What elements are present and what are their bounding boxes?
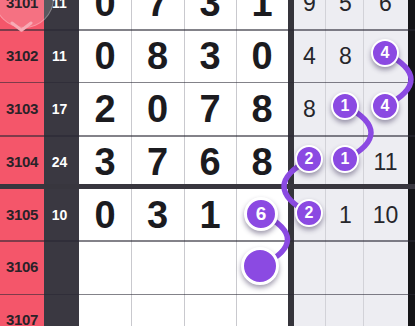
draw-id-cell[interactable]: 3107 xyxy=(0,300,44,326)
stat-cell: 6 xyxy=(366,0,406,23)
digit-cell: 7 xyxy=(132,139,184,185)
sum-cell: 17 xyxy=(42,89,77,129)
sum-cell: 24 xyxy=(42,142,77,182)
stat-cell: 9 xyxy=(290,0,330,23)
chain-number-circle: 6 xyxy=(244,197,278,231)
stat-cell: 8 xyxy=(290,89,330,129)
draw-id-cell[interactable]: 3101 xyxy=(0,0,44,23)
chain-marker-circle xyxy=(241,247,279,285)
row-gridline xyxy=(0,29,415,31)
stat-cell: 11 xyxy=(366,142,406,182)
stat-cell: 1 xyxy=(326,195,366,235)
chain-number-circle: 1 xyxy=(331,92,359,120)
digit-cell: 7 xyxy=(184,86,236,132)
right-edge-strip xyxy=(408,0,415,326)
digit-cell: 8 xyxy=(236,139,288,185)
sum-cell: 11 xyxy=(42,36,77,76)
digit-cell: 6 xyxy=(184,139,236,185)
digit-cell: 0 xyxy=(79,0,131,26)
digit-cell: 3 xyxy=(184,0,236,26)
stat-cell: 10 xyxy=(366,195,406,235)
digit-cell: 8 xyxy=(236,86,288,132)
digit-cell: 3 xyxy=(132,192,184,238)
digit-cell: 0 xyxy=(79,192,131,238)
chain-number-circle: 4 xyxy=(371,39,399,67)
chain-number-circle: 4 xyxy=(371,92,399,120)
lottery-trend-board: 3101110731956310211083048310317207883104… xyxy=(0,0,415,326)
digit-cell: 0 xyxy=(132,86,184,132)
digit-cell: 3 xyxy=(184,33,236,79)
chain-number-circle: 1 xyxy=(331,145,359,173)
row-gridline xyxy=(0,240,415,242)
draw-id-cell[interactable]: 3103 xyxy=(0,89,44,129)
draw-id-cell[interactable]: 3106 xyxy=(0,247,44,287)
chain-number-circle: 2 xyxy=(295,199,323,227)
row-gridline xyxy=(0,135,415,137)
row-gridline xyxy=(0,294,415,296)
digit-cell: 0 xyxy=(236,33,288,79)
digit-cell: 3 xyxy=(79,139,131,185)
draw-id-cell[interactable]: 3105 xyxy=(0,195,44,235)
row-gridline xyxy=(0,82,415,84)
digit-cell: 8 xyxy=(132,33,184,79)
sum-cell: 11 xyxy=(42,0,77,23)
sum-cell: 10 xyxy=(42,195,77,235)
draw-id-cell[interactable]: 3104 xyxy=(0,142,44,182)
draw-id-cell[interactable]: 3102 xyxy=(0,36,44,76)
stat-cell: 8 xyxy=(326,36,366,76)
stat-cell: 5 xyxy=(326,0,366,23)
thick-row-separator xyxy=(0,184,415,189)
digit-cell: 0 xyxy=(79,33,131,79)
digit-cell: 1 xyxy=(184,192,236,238)
chain-number-circle: 2 xyxy=(295,145,323,173)
digit-cell: 1 xyxy=(236,0,288,26)
digit-cell: 2 xyxy=(79,86,131,132)
stat-cell: 4 xyxy=(290,36,330,76)
digit-cell: 7 xyxy=(132,0,184,26)
